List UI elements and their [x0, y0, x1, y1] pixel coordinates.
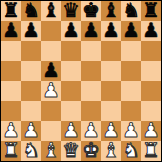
square-a2[interactable]: ♟	[1, 121, 21, 141]
piece-black-knight[interactable]: ♞	[22, 1, 40, 20]
piece-white-pawn[interactable]: ♟	[142, 121, 160, 140]
piece-white-pawn[interactable]: ♟	[42, 81, 60, 100]
square-b4[interactable]	[21, 81, 41, 101]
square-a7[interactable]: ♟	[1, 21, 21, 41]
piece-black-rook[interactable]: ♜	[2, 1, 20, 20]
square-d1[interactable]: ♛	[61, 141, 81, 161]
chess-board: ♜♞♝♛♚♝♞♜♟♟♟♟♟♟♟♟♟♟♟♟♟♟♟♟♜♞♝♛♚♝♞♜	[1, 1, 161, 161]
piece-white-knight[interactable]: ♞	[22, 141, 40, 160]
square-f4[interactable]	[101, 81, 121, 101]
square-c8[interactable]: ♝	[41, 1, 61, 21]
square-c5[interactable]: ♟	[41, 61, 61, 81]
square-b1[interactable]: ♞	[21, 141, 41, 161]
square-b8[interactable]: ♞	[21, 1, 41, 21]
piece-white-queen[interactable]: ♛	[62, 141, 80, 160]
square-f3[interactable]	[101, 101, 121, 121]
square-e8[interactable]: ♚	[81, 1, 101, 21]
square-d6[interactable]	[61, 41, 81, 61]
square-d8[interactable]: ♛	[61, 1, 81, 21]
square-d7[interactable]: ♟	[61, 21, 81, 41]
square-h5[interactable]	[141, 61, 161, 81]
piece-black-bishop[interactable]: ♝	[42, 1, 60, 20]
square-e3[interactable]	[81, 101, 101, 121]
square-e4[interactable]	[81, 81, 101, 101]
piece-white-bishop[interactable]: ♝	[42, 141, 60, 160]
square-g1[interactable]: ♞	[121, 141, 141, 161]
square-h8[interactable]: ♜	[141, 1, 161, 21]
square-f8[interactable]: ♝	[101, 1, 121, 21]
square-d2[interactable]: ♟	[61, 121, 81, 141]
square-c6[interactable]	[41, 41, 61, 61]
square-a1[interactable]: ♜	[1, 141, 21, 161]
square-c3[interactable]	[41, 101, 61, 121]
square-f2[interactable]: ♟	[101, 121, 121, 141]
square-g2[interactable]: ♟	[121, 121, 141, 141]
square-a4[interactable]	[1, 81, 21, 101]
square-h4[interactable]	[141, 81, 161, 101]
square-d3[interactable]	[61, 101, 81, 121]
square-h3[interactable]	[141, 101, 161, 121]
square-h2[interactable]: ♟	[141, 121, 161, 141]
square-e2[interactable]: ♟	[81, 121, 101, 141]
piece-black-pawn[interactable]: ♟	[22, 21, 40, 40]
square-e6[interactable]	[81, 41, 101, 61]
square-b7[interactable]: ♟	[21, 21, 41, 41]
piece-white-king[interactable]: ♚	[82, 141, 100, 160]
square-h6[interactable]	[141, 41, 161, 61]
square-h1[interactable]: ♜	[141, 141, 161, 161]
square-e5[interactable]	[81, 61, 101, 81]
square-e7[interactable]: ♟	[81, 21, 101, 41]
square-c4[interactable]: ♟	[41, 81, 61, 101]
square-b3[interactable]	[21, 101, 41, 121]
piece-black-queen[interactable]: ♛	[62, 1, 80, 20]
piece-white-pawn[interactable]: ♟	[2, 121, 20, 140]
piece-white-pawn[interactable]: ♟	[122, 121, 140, 140]
piece-black-pawn[interactable]: ♟	[82, 21, 100, 40]
piece-black-pawn[interactable]: ♟	[62, 21, 80, 40]
piece-black-pawn[interactable]: ♟	[142, 21, 160, 40]
piece-white-rook[interactable]: ♜	[2, 141, 20, 160]
square-g4[interactable]	[121, 81, 141, 101]
square-b6[interactable]	[21, 41, 41, 61]
square-g8[interactable]: ♞	[121, 1, 141, 21]
piece-white-bishop[interactable]: ♝	[102, 141, 120, 160]
square-g6[interactable]	[121, 41, 141, 61]
piece-black-bishop[interactable]: ♝	[102, 1, 120, 20]
piece-black-pawn[interactable]: ♟	[2, 21, 20, 40]
piece-white-pawn[interactable]: ♟	[62, 121, 80, 140]
square-g5[interactable]	[121, 61, 141, 81]
square-d4[interactable]	[61, 81, 81, 101]
square-d5[interactable]	[61, 61, 81, 81]
piece-black-king[interactable]: ♚	[82, 1, 100, 20]
square-e1[interactable]: ♚	[81, 141, 101, 161]
piece-black-rook[interactable]: ♜	[142, 1, 160, 20]
square-a5[interactable]	[1, 61, 21, 81]
piece-white-knight[interactable]: ♞	[122, 141, 140, 160]
piece-black-knight[interactable]: ♞	[122, 1, 140, 20]
square-c1[interactable]: ♝	[41, 141, 61, 161]
piece-black-pawn[interactable]: ♟	[122, 21, 140, 40]
square-c7[interactable]	[41, 21, 61, 41]
square-b5[interactable]	[21, 61, 41, 81]
square-f5[interactable]	[101, 61, 121, 81]
piece-white-pawn[interactable]: ♟	[82, 121, 100, 140]
piece-white-rook[interactable]: ♜	[142, 141, 160, 160]
piece-black-pawn[interactable]: ♟	[42, 61, 60, 80]
square-g7[interactable]: ♟	[121, 21, 141, 41]
square-f7[interactable]: ♟	[101, 21, 121, 41]
piece-white-pawn[interactable]: ♟	[22, 121, 40, 140]
square-c2[interactable]	[41, 121, 61, 141]
square-b2[interactable]: ♟	[21, 121, 41, 141]
square-a6[interactable]	[1, 41, 21, 61]
piece-white-pawn[interactable]: ♟	[102, 121, 120, 140]
square-a3[interactable]	[1, 101, 21, 121]
square-g3[interactable]	[121, 101, 141, 121]
square-f6[interactable]	[101, 41, 121, 61]
piece-black-pawn[interactable]: ♟	[102, 21, 120, 40]
square-a8[interactable]: ♜	[1, 1, 21, 21]
square-h7[interactable]: ♟	[141, 21, 161, 41]
square-f1[interactable]: ♝	[101, 141, 121, 161]
chess-board-frame: ♜♞♝♛♚♝♞♜♟♟♟♟♟♟♟♟♟♟♟♟♟♟♟♟♜♞♝♛♚♝♞♜	[0, 0, 162, 162]
